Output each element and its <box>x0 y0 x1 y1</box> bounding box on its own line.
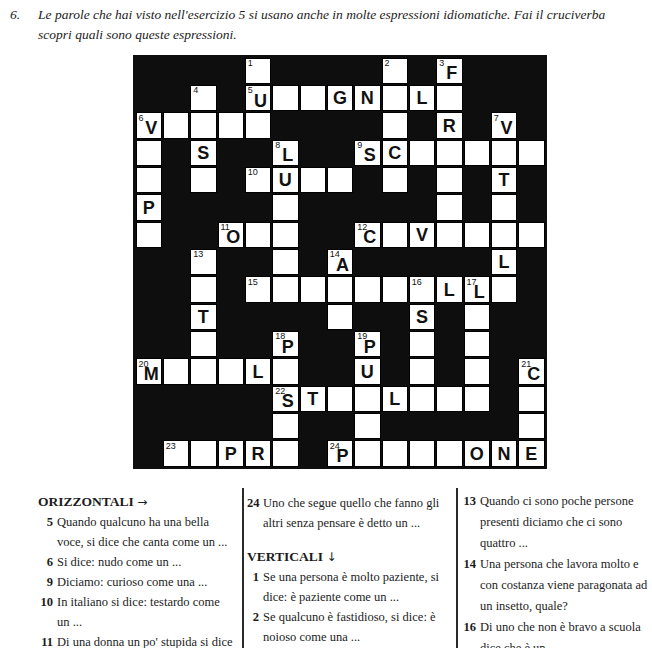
black-cell <box>299 112 326 139</box>
black-cell <box>244 194 271 221</box>
cell-letter: N <box>355 86 379 110</box>
black-cell <box>135 440 162 467</box>
black-cell <box>217 194 244 221</box>
grid-cell[interactable] <box>272 276 298 302</box>
grid-cell[interactable]: L <box>436 276 462 302</box>
cell-letter: P <box>137 195 161 219</box>
grid-cell[interactable]: 9S <box>354 140 380 166</box>
grid-cell[interactable]: P <box>136 194 162 220</box>
grid-cell[interactable] <box>382 167 408 193</box>
grid-cell[interactable]: 16 <box>409 276 435 302</box>
clue-text: Se qualcuno è fastidioso, si dice: è noi… <box>263 610 436 644</box>
black-cell <box>299 194 326 221</box>
grid-cell[interactable] <box>327 386 353 412</box>
clue-spacer <box>247 533 446 547</box>
grid-cell[interactable] <box>327 304 353 330</box>
grid-cell[interactable] <box>354 413 380 439</box>
clues-section: ORIZZONTALI →5Quando qualcuno ha una bel… <box>0 487 652 648</box>
black-cell <box>135 412 162 439</box>
cell-letter: L <box>273 141 297 165</box>
grid-cell[interactable] <box>300 85 326 111</box>
clue-number-label: 4 <box>193 86 198 95</box>
black-cell <box>490 330 517 357</box>
black-cell <box>408 412 435 439</box>
clue-column-3: 13Quando ci sono poche persone presenti … <box>461 487 652 648</box>
black-cell <box>244 303 271 330</box>
cell-letter: V <box>137 113 161 137</box>
black-cell <box>217 385 244 412</box>
clue-number-label: 13 <box>193 250 203 259</box>
grid-cell[interactable] <box>436 386 462 412</box>
black-cell <box>299 57 326 84</box>
cell-letter: R <box>437 113 461 137</box>
grid-cell[interactable] <box>518 140 544 166</box>
grid-cell[interactable] <box>272 194 298 220</box>
grid-cell[interactable] <box>518 386 544 412</box>
black-cell <box>463 166 490 193</box>
grid-cell[interactable]: 15 <box>245 276 271 302</box>
grid-cell[interactable]: 6V <box>136 112 162 138</box>
clue-9: 9Diciamo: curioso come una ... <box>38 572 234 592</box>
grid-cell[interactable]: L <box>245 358 271 384</box>
cell-letter: U <box>246 86 270 110</box>
black-cell <box>217 248 244 275</box>
grid-cell[interactable] <box>163 112 189 138</box>
down-arrow-icon: ↓ <box>326 550 336 564</box>
grid-cell[interactable] <box>190 167 216 193</box>
clue-text: In italiano si dice: testardo come un ..… <box>57 595 220 629</box>
cell-letter: L <box>465 277 489 301</box>
grid-cell[interactable]: T <box>190 304 216 330</box>
grid-cell[interactable]: S <box>190 140 216 166</box>
clue-text: Quando ci sono poche persone presenti di… <box>480 494 633 550</box>
grid-cell[interactable] <box>464 386 490 412</box>
black-cell <box>518 112 545 139</box>
black-cell <box>463 194 490 221</box>
grid-cell[interactable] <box>272 222 298 248</box>
black-cell <box>326 57 353 84</box>
black-cell <box>381 248 408 275</box>
grid-cell[interactable] <box>491 194 517 220</box>
black-cell <box>299 248 326 275</box>
grid-cell[interactable] <box>436 194 462 220</box>
black-cell <box>217 139 244 166</box>
grid-cell[interactable] <box>300 276 326 302</box>
black-cell <box>135 248 162 275</box>
grid-cell[interactable] <box>190 440 216 466</box>
across-header: ORIZZONTALI → <box>38 492 234 512</box>
clue-number-label: 2 <box>385 59 390 68</box>
black-cell <box>354 57 381 84</box>
grid-cell[interactable]: E <box>518 440 544 466</box>
grid-cell[interactable] <box>491 140 517 166</box>
grid-cell[interactable] <box>382 85 408 111</box>
black-cell <box>162 166 189 193</box>
cell-letter: T <box>492 168 516 192</box>
black-cell <box>299 139 326 166</box>
black-cell <box>217 166 244 193</box>
black-cell <box>162 385 189 412</box>
black-cell <box>490 84 517 111</box>
grid-cell[interactable]: T <box>300 386 326 412</box>
cell-letter: O <box>219 223 243 247</box>
grid-cell[interactable]: L <box>382 386 408 412</box>
grid-cell[interactable] <box>382 222 408 248</box>
black-cell <box>436 412 463 439</box>
clue-number: 6 <box>38 552 53 572</box>
clue-text: Di uno che non è bravo a scuola dice che… <box>480 620 641 648</box>
grid-cell[interactable] <box>382 440 408 466</box>
grid-cell[interactable]: 1 <box>245 58 271 84</box>
black-cell <box>190 221 217 248</box>
black-cell <box>162 84 189 111</box>
clue-number-label: 23 <box>166 442 176 451</box>
grid-cell[interactable]: 20M <box>136 358 162 384</box>
clue-text: Di una donna un po' stupida si dice che … <box>57 635 233 648</box>
clue-6: 6Si dice: nudo come un ... <box>38 552 234 572</box>
black-cell <box>381 330 408 357</box>
grid-cell[interactable]: O <box>464 440 490 466</box>
clue-11: 11Di una donna un po' stupida si dice ch… <box>38 632 234 648</box>
black-cell <box>272 57 299 84</box>
black-cell <box>518 84 545 111</box>
cell-letter: U <box>273 168 297 192</box>
grid-cell[interactable]: 5U <box>245 85 271 111</box>
black-cell <box>463 412 490 439</box>
black-cell <box>217 84 244 111</box>
black-cell <box>326 358 353 385</box>
clue-number: 24 <box>247 493 259 513</box>
black-cell <box>381 358 408 385</box>
grid-cell[interactable] <box>218 112 244 138</box>
clue-number: 1 <box>247 567 259 587</box>
grid-cell[interactable]: P <box>218 440 244 466</box>
black-cell <box>408 248 435 275</box>
cell-letter: L <box>246 359 270 383</box>
right-arrow-icon: → <box>137 495 147 509</box>
black-cell <box>135 276 162 303</box>
grid-cell[interactable] <box>464 304 490 330</box>
grid-cell[interactable] <box>190 112 216 138</box>
grid-cell[interactable]: 17L <box>464 276 490 302</box>
grid-cell[interactable] <box>409 331 435 357</box>
grid-cell[interactable] <box>436 440 462 466</box>
grid-cell[interactable] <box>436 167 462 193</box>
black-cell <box>162 412 189 439</box>
grid-cell[interactable]: 3F <box>436 58 462 84</box>
black-cell <box>436 248 463 275</box>
grid-cell[interactable] <box>464 358 490 384</box>
grid-cell[interactable]: L <box>409 85 435 111</box>
black-cell <box>518 248 545 275</box>
black-cell <box>326 194 353 221</box>
grid-cell[interactable] <box>190 331 216 357</box>
grid-cell[interactable] <box>518 413 544 439</box>
grid-cell[interactable] <box>436 85 462 111</box>
cell-letter: P <box>355 332 379 356</box>
grid-cell[interactable] <box>272 249 298 275</box>
grid-cell[interactable]: 23 <box>163 440 189 466</box>
grid-cell[interactable] <box>409 140 435 166</box>
grid-cell[interactable] <box>436 222 462 248</box>
grid-cell[interactable] <box>272 440 298 466</box>
grid-cell[interactable] <box>354 440 380 466</box>
black-cell <box>436 303 463 330</box>
black-cell <box>162 330 189 357</box>
cell-letter: E <box>519 441 543 465</box>
grid-cell[interactable]: U <box>354 358 380 384</box>
black-cell <box>162 221 189 248</box>
grid-cell[interactable] <box>190 358 216 384</box>
grid-cell[interactable] <box>491 276 517 302</box>
grid-cell[interactable] <box>272 358 298 384</box>
grid-cell[interactable] <box>327 167 353 193</box>
black-cell <box>244 385 271 412</box>
clue-number: 5 <box>38 512 53 532</box>
clue-text: Si dice: nudo come un ... <box>57 555 181 569</box>
cell-letter: L <box>492 250 516 274</box>
black-cell <box>354 112 381 139</box>
black-cell <box>162 276 189 303</box>
cell-letter: O <box>465 441 489 465</box>
cell-letter: T <box>301 387 325 411</box>
clue-number: 9 <box>38 572 53 592</box>
black-cell <box>244 412 271 439</box>
black-cell <box>326 330 353 357</box>
grid-cell[interactable] <box>409 386 435 412</box>
grid-cell[interactable] <box>245 112 271 138</box>
black-cell <box>135 57 162 84</box>
grid-cell[interactable] <box>354 386 380 412</box>
cell-letter: C <box>355 223 379 247</box>
grid-cell[interactable] <box>218 358 244 384</box>
grid-cell[interactable] <box>382 112 408 138</box>
clue-number: 13 <box>461 491 476 512</box>
clue-number-label: 1 <box>248 59 253 68</box>
grid-cell[interactable]: G <box>327 85 353 111</box>
black-cell <box>518 330 545 357</box>
black-cell <box>381 412 408 439</box>
black-cell <box>217 276 244 303</box>
clue-16: 16Di uno che non è bravo a scuola dice c… <box>461 617 652 648</box>
black-cell <box>490 385 517 412</box>
cell-letter: L <box>383 387 407 411</box>
cell-letter: G <box>328 86 352 110</box>
black-cell <box>299 412 326 439</box>
black-cell <box>299 440 326 467</box>
grid-cell[interactable] <box>464 331 490 357</box>
exercise-instruction: 6. Le parole che hai visto nell'esercizi… <box>10 5 646 45</box>
black-cell <box>190 57 217 84</box>
cell-letter: V <box>492 113 516 137</box>
grid-cell[interactable] <box>300 167 326 193</box>
grid-cell[interactable]: 7V <box>491 112 517 138</box>
grid-cell[interactable]: 2 <box>382 58 408 84</box>
grid-cell[interactable] <box>464 222 490 248</box>
black-cell <box>518 276 545 303</box>
grid-cell[interactable]: 8L <box>272 140 298 166</box>
black-cell <box>272 303 299 330</box>
black-cell <box>381 303 408 330</box>
clue-text: Una persona che lavora molto e con costa… <box>480 557 647 613</box>
clue-number-label: 10 <box>248 168 258 177</box>
grid-cell[interactable]: N <box>491 440 517 466</box>
instruction-line-1: Le parole che hai visto nell'esercizio 5… <box>38 5 646 25</box>
cell-letter: L <box>410 86 434 110</box>
clue-number: 10 <box>38 592 53 612</box>
black-cell <box>162 194 189 221</box>
black-cell <box>408 166 435 193</box>
grid-cell[interactable] <box>136 222 162 248</box>
black-cell <box>162 139 189 166</box>
clue-number: 2 <box>247 607 259 627</box>
grid-cell[interactable] <box>163 358 189 384</box>
clue-number: 11 <box>38 632 53 648</box>
clue-column-2: 24Uno che segue quello che fanno gli alt… <box>247 487 446 648</box>
cell-letter: P <box>273 332 297 356</box>
black-cell <box>326 412 353 439</box>
grid-cell[interactable] <box>409 358 435 384</box>
column-divider <box>456 488 458 648</box>
grid-cell[interactable]: 10 <box>245 167 271 193</box>
grid-cell[interactable] <box>272 413 298 439</box>
grid-cell[interactable] <box>409 440 435 466</box>
cell-letter: R <box>246 441 270 465</box>
black-cell <box>299 330 326 357</box>
black-cell <box>135 385 162 412</box>
cell-letter: S <box>191 141 215 165</box>
black-cell <box>162 303 189 330</box>
clue-2: 2Se qualcuno è fastidioso, si dice: è no… <box>247 607 446 647</box>
black-cell <box>244 139 271 166</box>
grid-cell[interactable] <box>136 167 162 193</box>
clue-number-label: 16 <box>412 278 422 287</box>
grid-cell[interactable]: R <box>436 112 462 138</box>
clue-text: Quando qualcuno ha una bella voce, si di… <box>57 515 227 549</box>
cell-letter: C <box>519 359 543 383</box>
grid-cell[interactable]: U <box>272 167 298 193</box>
black-cell <box>518 303 545 330</box>
black-cell <box>217 303 244 330</box>
clue-24: 24Uno che segue quello che fanno gli alt… <box>247 493 446 533</box>
grid-cell[interactable] <box>327 276 353 302</box>
grid-cell[interactable] <box>491 222 517 248</box>
grid-cell[interactable]: S <box>409 304 435 330</box>
grid-cell[interactable]: 14A <box>327 249 353 275</box>
black-cell <box>436 358 463 385</box>
page: { "game": "crossword", "exercise": { "nu… <box>0 0 652 648</box>
clue-text: Diciamo: curioso come una ... <box>57 575 207 589</box>
grid-cell[interactable] <box>272 85 298 111</box>
black-cell <box>463 84 490 111</box>
grid-cell[interactable]: R <box>245 440 271 466</box>
grid-cell[interactable] <box>464 140 490 166</box>
black-cell <box>272 112 299 139</box>
down-header: VERTICALI ↓ <box>247 547 446 567</box>
instruction-line-2: scopri quali sono queste espressioni. <box>38 25 646 45</box>
cell-letter: T <box>191 305 215 329</box>
black-cell <box>408 57 435 84</box>
clue-13: 13Quando ci sono poche persone presenti … <box>461 491 652 554</box>
black-cell <box>326 221 353 248</box>
black-cell <box>244 248 271 275</box>
grid-cell[interactable] <box>518 222 544 248</box>
black-cell <box>490 57 517 84</box>
grid-cell[interactable]: N <box>354 85 380 111</box>
black-cell <box>490 358 517 385</box>
black-cell <box>518 194 545 221</box>
cell-letter: C <box>383 141 407 165</box>
grid-cell[interactable]: 13 <box>190 249 216 275</box>
down-header-label: VERTICALI <box>247 549 326 564</box>
black-cell <box>135 303 162 330</box>
black-cell <box>217 57 244 84</box>
black-cell <box>135 84 162 111</box>
grid-cell[interactable]: 4 <box>190 85 216 111</box>
grid-cell[interactable]: 19P <box>354 331 380 357</box>
grid-cell[interactable]: V <box>409 222 435 248</box>
grid-cell[interactable]: 12C <box>354 222 380 248</box>
crossword-grid: 123F45UGNL6VR7VS8L9SC10UTP11O12CV1314AL1… <box>135 57 545 467</box>
black-cell <box>463 248 490 275</box>
black-cell <box>299 303 326 330</box>
black-cell <box>354 194 381 221</box>
black-cell <box>408 194 435 221</box>
clue-text: Se una persona è molto paziente, si dice… <box>263 570 439 604</box>
grid-cell[interactable] <box>245 222 271 248</box>
grid-cell[interactable]: 11O <box>218 222 244 248</box>
crossword-board: 123F45UGNL6VR7VS8L9SC10UTP11O12CV1314AL1… <box>133 55 547 469</box>
clue-5: 5Quando qualcuno ha una bella voce, si d… <box>38 512 234 552</box>
black-cell <box>217 330 244 357</box>
grid-cell[interactable] <box>136 140 162 166</box>
clue-14: 14Una persona che lavora molto e con cos… <box>461 554 652 617</box>
black-cell <box>518 166 545 193</box>
black-cell <box>490 412 517 439</box>
black-cell <box>490 303 517 330</box>
black-cell <box>408 112 435 139</box>
black-cell <box>162 57 189 84</box>
clue-number-label: 15 <box>248 278 258 287</box>
grid-cell[interactable]: 24P <box>327 440 353 466</box>
grid-cell[interactable] <box>190 276 216 302</box>
grid-cell[interactable] <box>436 140 462 166</box>
cell-letter: V <box>410 223 434 247</box>
cell-letter: A <box>328 250 352 274</box>
black-cell <box>463 112 490 139</box>
grid-cell[interactable]: 22S <box>272 386 298 412</box>
grid-cell[interactable]: L <box>491 249 517 275</box>
black-cell <box>244 330 271 357</box>
cell-letter: P <box>219 441 243 465</box>
black-cell <box>354 166 381 193</box>
black-cell <box>326 112 353 139</box>
grid-cell[interactable]: T <box>491 167 517 193</box>
grid-cell[interactable] <box>354 276 380 302</box>
grid-cell[interactable]: 18P <box>272 331 298 357</box>
grid-cell[interactable] <box>382 276 408 302</box>
cell-letter: S <box>410 305 434 329</box>
grid-cell[interactable]: 21C <box>518 358 544 384</box>
clue-column-1: ORIZZONTALI →5Quando qualcuno ha una bel… <box>38 487 234 648</box>
across-header-label: ORIZZONTALI <box>38 494 137 509</box>
clue-number: 16 <box>461 617 476 638</box>
exercise-number: 6. <box>10 5 20 25</box>
cell-letter: P <box>328 441 352 465</box>
grid-cell[interactable]: C <box>382 140 408 166</box>
cell-letter: S <box>355 141 379 165</box>
cell-letter: U <box>355 359 379 383</box>
